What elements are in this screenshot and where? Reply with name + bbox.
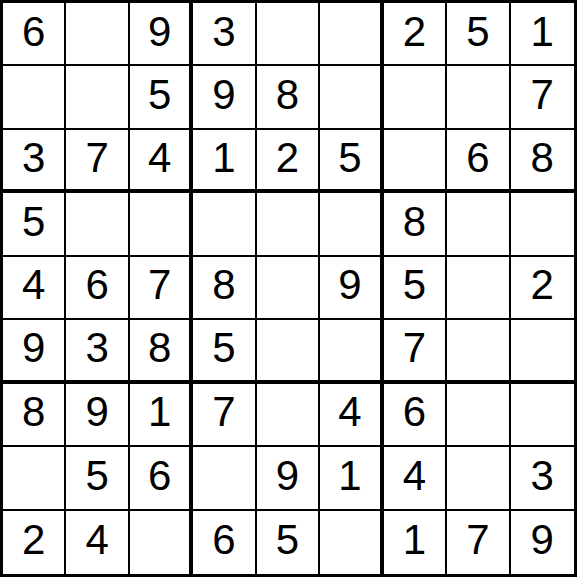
sudoku-cell-r6c2[interactable]: 3 <box>66 320 129 383</box>
sudoku-cell-r6c9[interactable] <box>511 320 574 383</box>
given-digit: 2 <box>22 519 45 565</box>
sudoku-cell-r9c2[interactable]: 4 <box>66 511 129 574</box>
sudoku-cell-r7c6[interactable]: 4 <box>320 384 383 447</box>
sudoku-cell-r7c4[interactable]: 7 <box>193 384 256 447</box>
sudoku-cell-r6c1[interactable]: 9 <box>3 320 66 383</box>
given-digit: 5 <box>212 327 235 373</box>
given-digit: 5 <box>148 74 171 120</box>
sudoku-cell-r8c6[interactable]: 1 <box>320 447 383 510</box>
sudoku-cell-r6c3[interactable]: 8 <box>130 320 193 383</box>
given-digit: 5 <box>22 201 45 247</box>
sudoku-cell-r9c4[interactable]: 6 <box>193 511 256 574</box>
sudoku-cell-r1c4[interactable]: 3 <box>193 3 256 66</box>
sudoku-cell-r3c6[interactable]: 5 <box>320 130 383 193</box>
sudoku-cell-r1c9[interactable]: 1 <box>511 3 574 66</box>
given-digit: 8 <box>212 264 235 310</box>
sudoku-cell-r4c3[interactable] <box>130 193 193 256</box>
given-digit: 8 <box>276 74 299 120</box>
sudoku-cell-r2c8[interactable] <box>447 66 510 129</box>
given-digit: 9 <box>212 74 235 120</box>
given-digit: 8 <box>148 327 171 373</box>
given-digit: 1 <box>338 455 361 501</box>
sudoku-cell-r6c5[interactable] <box>257 320 320 383</box>
sudoku-cell-r7c5[interactable] <box>257 384 320 447</box>
given-digit: 3 <box>212 11 235 57</box>
given-digit: 7 <box>403 327 426 373</box>
sudoku-cell-r7c2[interactable]: 9 <box>66 384 129 447</box>
given-digit: 3 <box>22 137 45 183</box>
sudoku-cell-r1c7[interactable]: 2 <box>384 3 447 66</box>
given-digit: 8 <box>22 391 45 437</box>
sudoku-cell-r9c3[interactable] <box>130 511 193 574</box>
given-digit: 4 <box>148 137 171 183</box>
sudoku-cell-r8c1[interactable] <box>3 447 66 510</box>
sudoku-cell-r3c9[interactable]: 8 <box>511 130 574 193</box>
given-digit: 7 <box>466 519 489 565</box>
sudoku-cell-r3c5[interactable]: 2 <box>257 130 320 193</box>
sudoku-cell-r2c5[interactable]: 8 <box>257 66 320 129</box>
given-digit: 4 <box>22 264 45 310</box>
sudoku-cell-r6c7[interactable]: 7 <box>384 320 447 383</box>
given-digit: 7 <box>148 264 171 310</box>
given-digit: 5 <box>276 519 299 565</box>
sudoku-cell-r5c9[interactable]: 2 <box>511 257 574 320</box>
sudoku-cell-r1c8[interactable]: 5 <box>447 3 510 66</box>
sudoku-cell-r5c6[interactable]: 9 <box>320 257 383 320</box>
sudoku-cell-r7c9[interactable] <box>511 384 574 447</box>
sudoku-cell-r4c6[interactable] <box>320 193 383 256</box>
sudoku-cell-r5c3[interactable]: 7 <box>130 257 193 320</box>
sudoku-cell-r9c1[interactable]: 2 <box>3 511 66 574</box>
given-digit: 1 <box>403 519 426 565</box>
given-digit: 6 <box>148 455 171 501</box>
given-digit: 6 <box>403 391 426 437</box>
sudoku-cell-r1c6[interactable] <box>320 3 383 66</box>
sudoku-cell-r3c1[interactable]: 3 <box>3 130 66 193</box>
sudoku-cell-r9c9[interactable]: 9 <box>511 511 574 574</box>
sudoku-cell-r4c1[interactable]: 5 <box>3 193 66 256</box>
sudoku-cell-r1c1[interactable]: 6 <box>3 3 66 66</box>
given-digit: 7 <box>212 391 235 437</box>
given-digit: 1 <box>212 137 235 183</box>
sudoku-cell-r9c8[interactable]: 7 <box>447 511 510 574</box>
given-digit: 4 <box>403 455 426 501</box>
sudoku-cell-r4c5[interactable] <box>257 193 320 256</box>
given-digit: 9 <box>276 455 299 501</box>
sudoku-cell-r7c7[interactable]: 6 <box>384 384 447 447</box>
given-digit: 2 <box>276 137 299 183</box>
sudoku-cell-r2c9[interactable]: 7 <box>511 66 574 129</box>
given-digit: 9 <box>85 391 108 437</box>
sudoku-cell-r3c3[interactable]: 4 <box>130 130 193 193</box>
sudoku-cell-r2c7[interactable] <box>384 66 447 129</box>
sudoku-cell-r3c8[interactable]: 6 <box>447 130 510 193</box>
sudoku-cell-r5c1[interactable]: 4 <box>3 257 66 320</box>
sudoku-cell-r4c8[interactable] <box>447 193 510 256</box>
sudoku-board: 6932515987374125685846789529385789174656… <box>0 0 577 577</box>
given-digit: 9 <box>148 11 171 57</box>
given-digit: 8 <box>403 201 426 247</box>
sudoku-cell-r2c4[interactable]: 9 <box>193 66 256 129</box>
sudoku-cell-r5c5[interactable] <box>257 257 320 320</box>
given-digit: 2 <box>531 264 554 310</box>
sudoku-cell-r2c6[interactable] <box>320 66 383 129</box>
sudoku-cell-r6c6[interactable] <box>320 320 383 383</box>
given-digit: 5 <box>85 455 108 501</box>
given-digit: 5 <box>338 137 361 183</box>
sudoku-cell-r3c4[interactable]: 1 <box>193 130 256 193</box>
sudoku-cell-r7c8[interactable] <box>447 384 510 447</box>
sudoku-cell-r5c8[interactable] <box>447 257 510 320</box>
sudoku-cell-r8c9[interactable]: 3 <box>511 447 574 510</box>
given-digit: 4 <box>85 519 108 565</box>
given-digit: 6 <box>85 264 108 310</box>
given-digit: 7 <box>531 74 554 120</box>
given-digit: 6 <box>466 137 489 183</box>
sudoku-cell-r8c3[interactable]: 6 <box>130 447 193 510</box>
sudoku-cell-r8c8[interactable] <box>447 447 510 510</box>
sudoku-cell-r1c5[interactable] <box>257 3 320 66</box>
given-digit: 7 <box>85 137 108 183</box>
sudoku-cell-r8c4[interactable] <box>193 447 256 510</box>
given-digit: 8 <box>531 137 554 183</box>
sudoku-cell-r4c7[interactable]: 8 <box>384 193 447 256</box>
given-digit: 9 <box>338 264 361 310</box>
given-digit: 4 <box>338 391 361 437</box>
sudoku-cell-r9c6[interactable] <box>320 511 383 574</box>
sudoku-cell-r4c2[interactable] <box>66 193 129 256</box>
sudoku-cell-r8c7[interactable]: 4 <box>384 447 447 510</box>
sudoku-cell-r3c7[interactable] <box>384 130 447 193</box>
given-digit: 9 <box>22 327 45 373</box>
given-digit: 3 <box>85 327 108 373</box>
given-digit: 1 <box>531 11 554 57</box>
sudoku-cell-r9c5[interactable]: 5 <box>257 511 320 574</box>
given-digit: 2 <box>403 11 426 57</box>
given-digit: 9 <box>531 519 554 565</box>
sudoku-cell-r5c2[interactable]: 6 <box>66 257 129 320</box>
given-digit: 5 <box>403 264 426 310</box>
sudoku-cell-r3c2[interactable]: 7 <box>66 130 129 193</box>
sudoku-cell-r1c2[interactable] <box>66 3 129 66</box>
sudoku-cell-r6c8[interactable] <box>447 320 510 383</box>
given-digit: 1 <box>148 391 171 437</box>
given-digit: 5 <box>466 11 489 57</box>
sudoku-cell-r9c7[interactable]: 1 <box>384 511 447 574</box>
sudoku-cell-r4c9[interactable] <box>511 193 574 256</box>
sudoku-cell-r7c3[interactable]: 1 <box>130 384 193 447</box>
given-digit: 3 <box>531 455 554 501</box>
sudoku-cell-r8c2[interactable]: 5 <box>66 447 129 510</box>
sudoku-cell-r5c7[interactable]: 5 <box>384 257 447 320</box>
sudoku-cell-r5c4[interactable]: 8 <box>193 257 256 320</box>
given-digit: 6 <box>212 519 235 565</box>
sudoku-cell-r6c4[interactable]: 5 <box>193 320 256 383</box>
sudoku-cell-r2c2[interactable] <box>66 66 129 129</box>
sudoku-cell-r2c1[interactable] <box>3 66 66 129</box>
sudoku-cell-r4c4[interactable] <box>193 193 256 256</box>
sudoku-cell-r7c1[interactable]: 8 <box>3 384 66 447</box>
sudoku-cell-r2c3[interactable]: 5 <box>130 66 193 129</box>
given-digit: 6 <box>22 11 45 57</box>
sudoku-cell-r1c3[interactable]: 9 <box>130 3 193 66</box>
sudoku-cell-r8c5[interactable]: 9 <box>257 447 320 510</box>
